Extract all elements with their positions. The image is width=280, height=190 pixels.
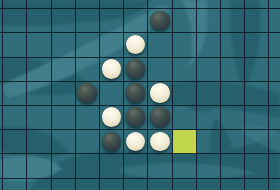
board-cell[interactable]: [173, 58, 197, 82]
board-cell[interactable]: [124, 130, 148, 154]
board-cell[interactable]: [52, 82, 76, 106]
board-cell[interactable]: [269, 154, 280, 178]
board-cell[interactable]: [245, 9, 269, 33]
board-cell[interactable]: [173, 9, 197, 33]
board-cell[interactable]: [269, 9, 280, 33]
board-cell[interactable]: [100, 58, 124, 82]
board-cell[interactable]: [148, 106, 172, 130]
board-cell[interactable]: [76, 106, 100, 130]
white-stone: [150, 83, 170, 103]
board-cell[interactable]: [245, 33, 269, 57]
board-cell[interactable]: [76, 130, 100, 154]
board-cell[interactable]: [221, 130, 245, 154]
board-cell[interactable]: [269, 33, 280, 57]
board-cell[interactable]: [3, 179, 27, 190]
board-cell[interactable]: [148, 130, 172, 154]
black-stone: [150, 11, 170, 31]
board-cell[interactable]: [245, 106, 269, 130]
board-cell[interactable]: [221, 179, 245, 190]
board-cell[interactable]: [148, 154, 172, 178]
white-stone: [126, 132, 146, 152]
board-cell[interactable]: [76, 179, 100, 190]
white-stone: [150, 132, 170, 152]
board-cell[interactable]: [76, 82, 100, 106]
board-cell[interactable]: [197, 130, 221, 154]
board-cell[interactable]: [124, 58, 148, 82]
white-stone: [102, 59, 122, 79]
board-cell[interactable]: [269, 179, 280, 190]
board-cell[interactable]: [245, 130, 269, 154]
board-cell[interactable]: [173, 0, 197, 9]
board-cell[interactable]: [76, 9, 100, 33]
board-cell[interactable]: [124, 82, 148, 106]
board-cell[interactable]: [100, 0, 124, 9]
board-cell[interactable]: [148, 179, 172, 190]
board-cell[interactable]: [100, 33, 124, 57]
black-stone: [126, 59, 146, 79]
board-grid: [0, 0, 280, 190]
board-cell[interactable]: [221, 154, 245, 178]
board-cell[interactable]: [221, 106, 245, 130]
board-cell[interactable]: [27, 179, 51, 190]
board-cell[interactable]: [148, 82, 172, 106]
board-cell[interactable]: [124, 154, 148, 178]
board-cell[interactable]: [52, 130, 76, 154]
board-cell[interactable]: [52, 9, 76, 33]
board-cell[interactable]: [197, 179, 221, 190]
board-cell[interactable]: [173, 33, 197, 57]
board-cell[interactable]: [76, 58, 100, 82]
board-cell[interactable]: [52, 154, 76, 178]
board-cell[interactable]: [197, 58, 221, 82]
board-cell[interactable]: [100, 82, 124, 106]
board-cell[interactable]: [245, 154, 269, 178]
board-cell[interactable]: [100, 179, 124, 190]
board-cell[interactable]: [52, 106, 76, 130]
board-cell[interactable]: [173, 179, 197, 190]
board-cell[interactable]: [173, 106, 197, 130]
board-cell[interactable]: [3, 33, 27, 57]
board-cell[interactable]: [27, 130, 51, 154]
board-cell[interactable]: [269, 58, 280, 82]
highlight-cell[interactable]: [173, 130, 197, 154]
board-cell[interactable]: [148, 9, 172, 33]
board-cell[interactable]: [221, 82, 245, 106]
board-cell[interactable]: [27, 0, 51, 9]
board-cell[interactable]: [269, 82, 280, 106]
board-cell[interactable]: [52, 179, 76, 190]
board-cell[interactable]: [3, 0, 27, 9]
board-cell[interactable]: [148, 58, 172, 82]
board-cell[interactable]: [3, 58, 27, 82]
board-cell[interactable]: [3, 9, 27, 33]
board-cell[interactable]: [197, 0, 221, 9]
board-cell[interactable]: [27, 106, 51, 130]
black-stone: [102, 132, 122, 152]
board-cell[interactable]: [245, 179, 269, 190]
board-cell[interactable]: [197, 154, 221, 178]
white-stone: [102, 107, 122, 127]
board-cell[interactable]: [3, 82, 27, 106]
board-cell[interactable]: [124, 179, 148, 190]
board-cell[interactable]: [52, 0, 76, 9]
board-cell[interactable]: [3, 154, 27, 178]
board-cell[interactable]: [52, 33, 76, 57]
board-cell[interactable]: [27, 58, 51, 82]
board-cell[interactable]: [124, 33, 148, 57]
board-cell[interactable]: [148, 33, 172, 57]
board-cell[interactable]: [76, 0, 100, 9]
board-cell[interactable]: [245, 0, 269, 9]
board-cell[interactable]: [52, 58, 76, 82]
board-cell[interactable]: [269, 106, 280, 130]
board-cell[interactable]: [148, 0, 172, 9]
board-cell[interactable]: [197, 33, 221, 57]
board-cell[interactable]: [124, 106, 148, 130]
board-cell[interactable]: [197, 106, 221, 130]
black-stone: [126, 83, 146, 103]
board-cell[interactable]: [100, 154, 124, 178]
black-stone: [150, 107, 170, 127]
board-cell[interactable]: [173, 154, 197, 178]
board-cell[interactable]: [173, 82, 197, 106]
board-cell[interactable]: [27, 9, 51, 33]
board-cell[interactable]: [245, 58, 269, 82]
board-cell[interactable]: [197, 9, 221, 33]
black-stone: [77, 83, 97, 103]
black-stone: [126, 107, 146, 127]
white-stone: [126, 35, 146, 55]
board-cell[interactable]: [76, 33, 100, 57]
board-cell[interactable]: [3, 130, 27, 154]
board-cell[interactable]: [124, 0, 148, 9]
board-cell[interactable]: [100, 130, 124, 154]
board-cell[interactable]: [124, 9, 148, 33]
board-cell[interactable]: [197, 82, 221, 106]
board-cell[interactable]: [27, 33, 51, 57]
board-cell[interactable]: [221, 33, 245, 57]
board-cell[interactable]: [100, 9, 124, 33]
board-cell[interactable]: [269, 130, 280, 154]
board-cell[interactable]: [221, 0, 245, 9]
board-cell[interactable]: [245, 82, 269, 106]
board-cell[interactable]: [27, 154, 51, 178]
board-cell[interactable]: [269, 0, 280, 9]
board-cell[interactable]: [76, 154, 100, 178]
board-cell[interactable]: [27, 82, 51, 106]
board-cell[interactable]: [221, 58, 245, 82]
game-board: [0, 0, 280, 190]
board-cell[interactable]: [221, 9, 245, 33]
board-cell[interactable]: [100, 106, 124, 130]
board-cell[interactable]: [3, 106, 27, 130]
